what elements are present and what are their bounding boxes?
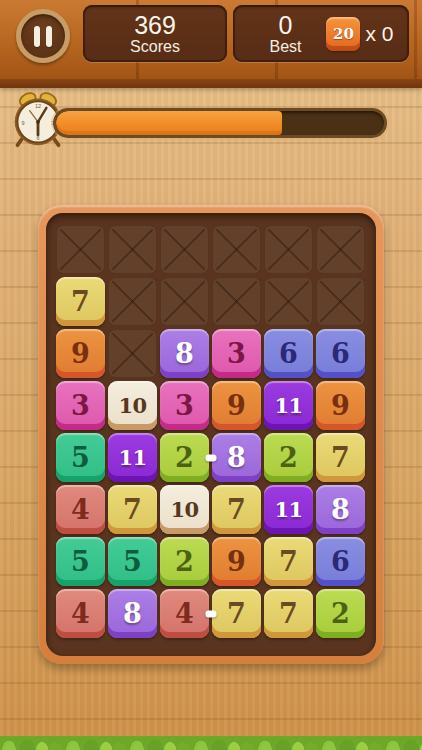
tile-4[interactable]: 4 — [160, 589, 209, 638]
merge-link — [205, 610, 216, 617]
tile-8[interactable]: 8 — [160, 329, 209, 378]
tile-10[interactable]: 10 — [108, 381, 157, 430]
tile-9[interactable]: 9 — [212, 537, 261, 586]
cell: 6 — [316, 329, 365, 378]
empty-cell — [264, 225, 313, 274]
cell: 7 — [212, 589, 261, 638]
tile-6[interactable]: 6 — [264, 329, 313, 378]
svg-text:12: 12 — [35, 103, 41, 109]
cell: 6 — [316, 537, 365, 586]
cell: 7 — [108, 485, 157, 534]
tile-7[interactable]: 7 — [212, 589, 261, 638]
cell: 3 — [212, 329, 261, 378]
empty-cell — [316, 277, 365, 326]
tile-2[interactable]: 2 — [316, 589, 365, 638]
cell: 5 — [56, 433, 105, 482]
cell: 7 — [264, 589, 313, 638]
empty-cell — [264, 277, 313, 326]
cell: 9 — [212, 381, 261, 430]
cell: 8 — [160, 329, 209, 378]
best-value: 0 — [279, 12, 293, 38]
cell: 9 — [56, 329, 105, 378]
tile-9[interactable]: 9 — [212, 381, 261, 430]
tile-3[interactable]: 3 — [56, 381, 105, 430]
tile-7[interactable]: 7 — [212, 485, 261, 534]
cell: 8 — [212, 433, 261, 482]
tile-4[interactable]: 4 — [56, 589, 105, 638]
tile-7[interactable]: 7 — [264, 537, 313, 586]
merge-link — [205, 454, 216, 461]
tile-7[interactable]: 7 — [264, 589, 313, 638]
cell: 11 — [264, 485, 313, 534]
tile-6[interactable]: 6 — [316, 537, 365, 586]
tile-10[interactable]: 10 — [160, 485, 209, 534]
cell: 2 — [160, 537, 209, 586]
bonus-tile-20: 20 — [326, 17, 360, 51]
tile-7[interactable]: 7 — [316, 433, 365, 482]
empty-cell — [108, 225, 157, 274]
header-bar: 369 Scores 0 Best 20 x 0 — [0, 0, 422, 88]
grass-strip — [0, 722, 422, 750]
cell: 4 — [56, 485, 105, 534]
pause-button[interactable] — [16, 9, 70, 63]
board-grid: 7983663103911951128274710711855297648477… — [56, 225, 365, 638]
tile-6[interactable]: 6 — [316, 329, 365, 378]
score-panel: 369 Scores — [83, 5, 227, 62]
tile-4[interactable]: 4 — [56, 485, 105, 534]
pause-icon — [34, 26, 52, 47]
empty-cell — [108, 329, 157, 378]
timer-progress-bar — [53, 108, 387, 138]
cell: 11 — [108, 433, 157, 482]
tile-2[interactable]: 2 — [160, 537, 209, 586]
empty-cell — [56, 225, 105, 274]
empty-cell — [160, 225, 209, 274]
tile-2[interactable]: 2 — [160, 433, 209, 482]
cell: 2 — [316, 589, 365, 638]
cell: 8 — [316, 485, 365, 534]
tile-11[interactable]: 11 — [108, 433, 157, 482]
tile-11[interactable]: 11 — [264, 485, 313, 534]
cell: 7 — [316, 433, 365, 482]
bonus-counter: 20 x 0 — [326, 17, 393, 51]
cell: 2 — [264, 433, 313, 482]
cell: 7 — [264, 537, 313, 586]
tile-5[interactable]: 5 — [56, 537, 105, 586]
cell: 9 — [212, 537, 261, 586]
empty-cell — [212, 225, 261, 274]
tile-3[interactable]: 3 — [212, 329, 261, 378]
empty-cell — [108, 277, 157, 326]
cell: 6 — [264, 329, 313, 378]
best-panel: 0 Best 20 x 0 — [233, 5, 409, 62]
cell: 9 — [316, 381, 365, 430]
cell: 10 — [160, 485, 209, 534]
best-label: Best — [269, 38, 301, 56]
cell: 4 — [56, 589, 105, 638]
tile-11[interactable]: 11 — [264, 381, 313, 430]
bonus-count-text: x 0 — [365, 22, 393, 46]
game-board: 7983663103911951128274710711855297648477… — [38, 205, 384, 664]
timer-progress-fill — [56, 111, 282, 135]
tile-2[interactable]: 2 — [264, 433, 313, 482]
cell: 8 — [108, 589, 157, 638]
svg-text:9: 9 — [22, 120, 25, 126]
tile-7[interactable]: 7 — [108, 485, 157, 534]
tile-9[interactable]: 9 — [56, 329, 105, 378]
cell: 7 — [56, 277, 105, 326]
cell: 2 — [160, 433, 209, 482]
cell: 3 — [56, 381, 105, 430]
cell: 3 — [160, 381, 209, 430]
cell: 10 — [108, 381, 157, 430]
cell: 5 — [56, 537, 105, 586]
board-inner: 7983663103911951128274710711855297648477… — [46, 213, 376, 656]
empty-cell — [316, 225, 365, 274]
tile-3[interactable]: 3 — [160, 381, 209, 430]
empty-cell — [160, 277, 209, 326]
tile-5[interactable]: 5 — [56, 433, 105, 482]
cell: 5 — [108, 537, 157, 586]
tile-7[interactable]: 7 — [56, 277, 105, 326]
score-value: 369 — [134, 12, 176, 38]
tile-8[interactable]: 8 — [316, 485, 365, 534]
tile-9[interactable]: 9 — [316, 381, 365, 430]
tile-5[interactable]: 5 — [108, 537, 157, 586]
cell: 4 — [160, 589, 209, 638]
score-label: Scores — [130, 38, 180, 56]
cell: 7 — [212, 485, 261, 534]
empty-cell — [212, 277, 261, 326]
tile-8[interactable]: 8 — [212, 433, 261, 482]
tile-8[interactable]: 8 — [108, 589, 157, 638]
cell: 11 — [264, 381, 313, 430]
